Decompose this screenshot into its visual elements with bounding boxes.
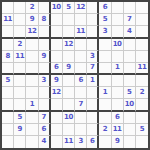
- cell-r9c11-given: 10: [124, 99, 136, 111]
- cell-r12c11-empty[interactable]: [124, 136, 136, 148]
- cell-r5c3-empty[interactable]: [26, 51, 38, 63]
- cell-r7c5-given: 9: [51, 75, 63, 87]
- cell-r9c5-empty[interactable]: [51, 99, 63, 111]
- cell-r10c11-empty[interactable]: [124, 112, 136, 124]
- cell-r5c4-given: 9: [39, 51, 51, 63]
- cell-r4c9-empty[interactable]: [99, 39, 111, 51]
- cell-r8c12-given: 2: [136, 87, 148, 99]
- cell-r10c2-given: 5: [14, 112, 26, 124]
- cell-r9c3-given: 1: [26, 99, 38, 111]
- cell-r7c8-given: 1: [87, 75, 99, 87]
- cell-r1c11-empty[interactable]: [124, 2, 136, 14]
- cell-r3c2-empty[interactable]: [14, 26, 26, 38]
- cell-r7c4-given: 3: [39, 75, 51, 87]
- cell-r2c12-empty[interactable]: [136, 14, 148, 26]
- sudoku-board: 2105126119857121134212108119369711153961…: [0, 0, 150, 150]
- cell-r11c10-given: 11: [112, 124, 124, 136]
- cell-r1c2-empty[interactable]: [14, 2, 26, 14]
- cell-r11c11-empty[interactable]: [124, 124, 136, 136]
- cell-r8c2-empty[interactable]: [14, 87, 26, 99]
- cell-r1c5-given: 10: [51, 2, 63, 14]
- cell-r1c10-empty[interactable]: [112, 2, 124, 14]
- cell-r2c2-empty[interactable]: [14, 14, 26, 26]
- cell-r3c3-given: 12: [26, 26, 38, 38]
- cell-r9c6-empty[interactable]: [63, 99, 75, 111]
- cell-r10c3-empty[interactable]: [26, 112, 38, 124]
- cell-r2c1-given: 11: [2, 14, 14, 26]
- cell-r11c5-empty[interactable]: [51, 124, 63, 136]
- cell-r6c10-given: 1: [112, 63, 124, 75]
- cell-r11c8-empty[interactable]: [87, 124, 99, 136]
- cell-r8c4-empty[interactable]: [39, 87, 51, 99]
- cell-r5c7-empty[interactable]: [75, 51, 87, 63]
- cell-r1c8-empty[interactable]: [87, 2, 99, 14]
- cell-r9c7-given: 7: [75, 99, 87, 111]
- cell-r9c2-empty[interactable]: [14, 99, 26, 111]
- cell-r3c5-empty[interactable]: [51, 26, 63, 38]
- cell-r8c8-empty[interactable]: [87, 87, 99, 99]
- cell-r1c9-given: 6: [99, 2, 111, 14]
- cell-r10c9-empty[interactable]: [99, 112, 111, 124]
- cell-r10c1-empty[interactable]: [2, 112, 14, 124]
- cell-r7c2-empty[interactable]: [14, 75, 26, 87]
- cell-r2c5-empty[interactable]: [51, 14, 63, 26]
- cell-r6c12-given: 11: [136, 63, 148, 75]
- cell-r3c4-empty[interactable]: [39, 26, 51, 38]
- cell-r2c3-given: 9: [26, 14, 38, 26]
- cell-r8c3-empty[interactable]: [26, 87, 38, 99]
- cell-r4c12-empty[interactable]: [136, 39, 148, 51]
- cell-r1c7-given: 12: [75, 2, 87, 14]
- cell-r7c11-empty[interactable]: [124, 75, 136, 87]
- cell-r11c1-empty[interactable]: [2, 124, 14, 136]
- cell-r6c8-given: 7: [87, 63, 99, 75]
- cell-r7c6-empty[interactable]: [63, 75, 75, 87]
- cell-r3c8-empty[interactable]: [87, 26, 99, 38]
- cell-r10c12-empty[interactable]: [136, 112, 148, 124]
- cell-r2c6-empty[interactable]: [63, 14, 75, 26]
- cell-r4c1-empty[interactable]: [2, 39, 14, 51]
- cell-r8c7-empty[interactable]: [75, 87, 87, 99]
- cell-r1c1-empty[interactable]: [2, 2, 14, 14]
- cell-r12c9-empty[interactable]: [99, 136, 111, 148]
- cell-r12c6-given: 11: [63, 136, 75, 148]
- cell-r2c10-empty[interactable]: [112, 14, 124, 26]
- cell-r10c5-empty[interactable]: [51, 112, 63, 124]
- cell-r6c1-empty[interactable]: [2, 63, 14, 75]
- cell-r5c1-given: 8: [2, 51, 14, 63]
- cell-r2c7-empty[interactable]: [75, 14, 87, 26]
- cell-r3c1-empty[interactable]: [2, 26, 14, 38]
- cell-r10c4-given: 7: [39, 112, 51, 124]
- cell-r12c3-empty[interactable]: [26, 136, 38, 148]
- cell-r12c2-empty[interactable]: [14, 136, 26, 148]
- cell-r10c10-given: 6: [112, 112, 124, 124]
- cell-r11c12-given: 5: [136, 124, 148, 136]
- cell-r5c9-empty[interactable]: [99, 51, 111, 63]
- cell-r6c7-empty[interactable]: [75, 63, 87, 75]
- cell-r12c8-given: 6: [87, 136, 99, 148]
- cell-r4c11-empty[interactable]: [124, 39, 136, 51]
- cell-r4c6-given: 12: [63, 39, 75, 51]
- cell-r4c5-empty[interactable]: [51, 39, 63, 51]
- cell-r4c2-given: 2: [14, 39, 26, 51]
- cell-r3c12-empty[interactable]: [136, 26, 148, 38]
- cell-r9c4-empty[interactable]: [39, 99, 51, 111]
- cell-r2c11-given: 7: [124, 14, 136, 26]
- cell-r5c12-empty[interactable]: [136, 51, 148, 63]
- cell-r6c6-given: 9: [63, 63, 75, 75]
- cell-r6c5-given: 6: [51, 63, 63, 75]
- cell-r8c6-empty[interactable]: [63, 87, 75, 99]
- cell-r9c9-empty[interactable]: [99, 99, 111, 111]
- cell-r12c1-empty[interactable]: [2, 136, 14, 148]
- cell-r5c8-given: 3: [87, 51, 99, 63]
- cell-r12c10-given: 9: [112, 136, 124, 148]
- cell-r12c5-empty[interactable]: [51, 136, 63, 148]
- cell-r6c4-empty[interactable]: [39, 63, 51, 75]
- cell-r9c1-empty[interactable]: [2, 99, 14, 111]
- cell-r5c6-empty[interactable]: [63, 51, 75, 63]
- cell-r12c12-empty[interactable]: [136, 136, 148, 148]
- cell-r1c6-given: 5: [63, 2, 75, 14]
- cell-r10c7-empty[interactable]: [75, 112, 87, 124]
- cell-r2c8-empty[interactable]: [87, 14, 99, 26]
- cell-r7c9-empty[interactable]: [99, 75, 111, 87]
- cell-r11c9-given: 2: [99, 124, 111, 136]
- cell-r3c10-empty[interactable]: [112, 26, 124, 38]
- cell-r1c12-empty[interactable]: [136, 2, 148, 14]
- cell-r9c8-empty[interactable]: [87, 99, 99, 111]
- cell-r10c8-empty[interactable]: [87, 112, 99, 124]
- cell-r11c7-empty[interactable]: [75, 124, 87, 136]
- cell-r7c12-empty[interactable]: [136, 75, 148, 87]
- cell-r7c1-given: 5: [2, 75, 14, 87]
- cell-r4c7-empty[interactable]: [75, 39, 87, 51]
- cell-r11c2-given: 9: [14, 124, 26, 136]
- cell-r6c2-empty[interactable]: [14, 63, 26, 75]
- cell-r5c2-given: 11: [14, 51, 26, 63]
- cell-r9c10-empty[interactable]: [112, 99, 124, 111]
- cell-r11c6-empty[interactable]: [63, 124, 75, 136]
- cell-r7c10-empty[interactable]: [112, 75, 124, 87]
- cell-r6c9-empty[interactable]: [99, 63, 111, 75]
- cell-r6c11-empty[interactable]: [124, 63, 136, 75]
- cell-r8c10-empty[interactable]: [112, 87, 124, 99]
- cell-r5c11-empty[interactable]: [124, 51, 136, 63]
- cell-r1c4-empty[interactable]: [39, 2, 51, 14]
- cell-r3c9-given: 3: [99, 26, 111, 38]
- cell-r5c5-empty[interactable]: [51, 51, 63, 63]
- cell-r6c3-empty[interactable]: [26, 63, 38, 75]
- cell-r8c11-given: 5: [124, 87, 136, 99]
- cell-r4c3-empty[interactable]: [26, 39, 38, 51]
- cell-r3c6-empty[interactable]: [63, 26, 75, 38]
- cell-r4c10-given: 10: [112, 39, 124, 51]
- cell-r4c8-empty[interactable]: [87, 39, 99, 51]
- cell-r12c7-given: 3: [75, 136, 87, 148]
- cell-r11c3-empty[interactable]: [26, 124, 38, 136]
- cell-r2c4-given: 8: [39, 14, 51, 26]
- cell-r10c6-given: 10: [63, 112, 75, 124]
- cell-r11c4-given: 6: [39, 124, 51, 136]
- cell-r8c9-given: 1: [99, 87, 111, 99]
- cell-r12c4-given: 4: [39, 136, 51, 148]
- cell-r3c7-given: 11: [75, 26, 87, 38]
- cell-r8c5-given: 12: [51, 87, 63, 99]
- cell-r2c9-given: 5: [99, 14, 111, 26]
- cell-r4c4-empty[interactable]: [39, 39, 51, 51]
- cell-r3c11-given: 4: [124, 26, 136, 38]
- cell-r9c12-empty[interactable]: [136, 99, 148, 111]
- cell-r1c3-given: 2: [26, 2, 38, 14]
- cell-r8c1-empty[interactable]: [2, 87, 14, 99]
- cell-r7c7-given: 6: [75, 75, 87, 87]
- cell-r7c3-empty[interactable]: [26, 75, 38, 87]
- cell-r5c10-empty[interactable]: [112, 51, 124, 63]
